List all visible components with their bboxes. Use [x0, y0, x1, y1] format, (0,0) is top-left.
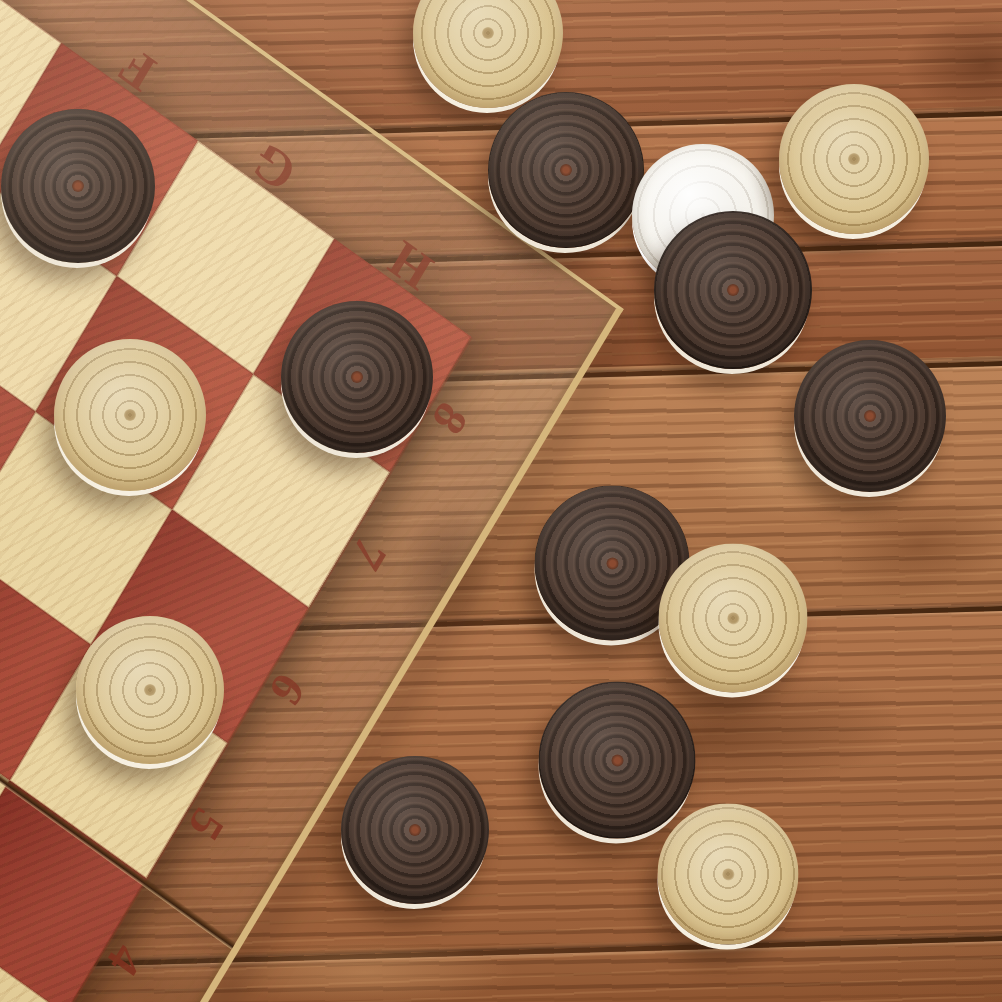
- photo-stage: ABCDEFGH 87654321: [0, 0, 1002, 1002]
- rank-label-text: 7: [345, 531, 393, 577]
- checker-light[interactable]: [659, 544, 808, 693]
- checker-dark[interactable]: [539, 682, 696, 839]
- rank-label-text: 8: [426, 395, 474, 441]
- checker-dark[interactable]: [281, 301, 433, 453]
- checker-light[interactable]: [658, 804, 799, 945]
- rank-label-text: 4: [101, 937, 149, 983]
- checker-light[interactable]: [76, 616, 224, 764]
- checker-dark[interactable]: [341, 756, 489, 904]
- checker-dark[interactable]: [794, 340, 946, 492]
- checker-dark[interactable]: [488, 92, 644, 248]
- rank-label-text: 5: [182, 802, 230, 848]
- checker-dark[interactable]: [654, 211, 812, 369]
- checker-light[interactable]: [54, 339, 206, 491]
- checker-light[interactable]: [779, 84, 929, 234]
- checker-dark[interactable]: [1, 109, 155, 263]
- rank-label-text: 6: [263, 666, 311, 712]
